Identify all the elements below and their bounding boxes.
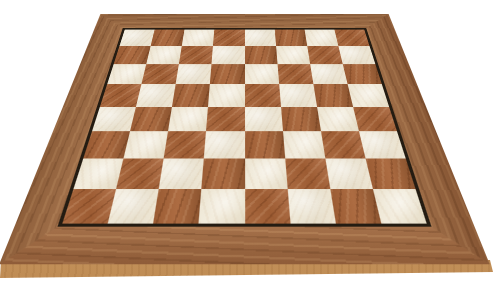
- square-c5: [172, 84, 210, 106]
- square-f6: [277, 64, 313, 84]
- square-f1: [287, 189, 335, 224]
- square-e3: [245, 131, 285, 158]
- board-frame-top: [95, 14, 395, 28]
- square-g4: [317, 107, 359, 131]
- square-f2: [285, 158, 330, 189]
- square-d5: [208, 84, 244, 106]
- square-c8: [182, 30, 215, 47]
- product-photo: [0, 0, 500, 291]
- square-f8: [274, 30, 307, 47]
- square-f3: [283, 131, 325, 158]
- square-h8: [334, 30, 369, 47]
- square-h2: [365, 158, 415, 189]
- square-a6: [107, 64, 146, 84]
- square-a4: [92, 107, 136, 131]
- board-frame-bottom: [0, 227, 490, 264]
- square-e2: [245, 158, 288, 189]
- square-d1: [199, 189, 245, 224]
- square-d4: [206, 107, 244, 131]
- square-b2: [116, 158, 164, 189]
- square-c4: [168, 107, 208, 131]
- square-g3: [321, 131, 366, 158]
- square-e7: [245, 46, 278, 64]
- square-e8: [245, 30, 276, 47]
- square-b7: [146, 46, 182, 64]
- square-f7: [276, 46, 310, 64]
- square-e1: [245, 189, 291, 224]
- square-a3: [83, 131, 130, 158]
- square-c6: [176, 64, 212, 84]
- square-a5: [100, 84, 141, 106]
- square-f5: [279, 84, 317, 106]
- square-b4: [130, 107, 172, 131]
- square-h1: [373, 189, 427, 224]
- square-b3: [124, 131, 169, 158]
- square-c3: [164, 131, 206, 158]
- square-c2: [159, 158, 204, 189]
- square-b8: [151, 30, 185, 47]
- square-g8: [304, 30, 338, 47]
- square-f4: [281, 107, 321, 131]
- square-h6: [343, 64, 382, 84]
- board-grid: [58, 28, 432, 226]
- square-e6: [245, 64, 279, 84]
- square-d2: [202, 158, 245, 189]
- square-c7: [179, 46, 213, 64]
- square-g6: [310, 64, 348, 84]
- square-h3: [359, 131, 406, 158]
- square-h4: [353, 107, 397, 131]
- chess-board: [0, 14, 490, 264]
- square-g7: [307, 46, 343, 64]
- square-b5: [136, 84, 176, 106]
- square-e4: [245, 107, 283, 131]
- square-g5: [313, 84, 353, 106]
- square-c1: [153, 189, 201, 224]
- square-b1: [108, 189, 159, 224]
- square-d3: [204, 131, 244, 158]
- square-h7: [338, 46, 375, 64]
- square-a7: [114, 46, 151, 64]
- square-h5: [348, 84, 389, 106]
- square-e5: [245, 84, 281, 106]
- square-a8: [119, 30, 154, 47]
- square-b6: [141, 64, 179, 84]
- square-d8: [213, 30, 244, 47]
- square-d6: [210, 64, 244, 84]
- square-d7: [212, 46, 245, 64]
